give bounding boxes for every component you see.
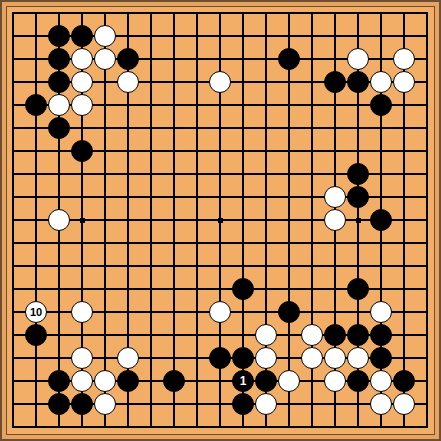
white-stone[interactable] [370, 393, 392, 415]
white-stone[interactable] [71, 48, 93, 70]
black-stone[interactable] [232, 393, 254, 415]
white-stone[interactable] [347, 48, 369, 70]
white-stone[interactable] [393, 48, 415, 70]
black-stone[interactable] [117, 370, 139, 392]
black-stone[interactable] [370, 324, 392, 346]
star-point [218, 218, 223, 223]
white-stone[interactable] [370, 370, 392, 392]
grid-line-horizontal [12, 265, 428, 267]
white-stone[interactable] [324, 186, 346, 208]
white-stone[interactable] [393, 71, 415, 93]
white-stone[interactable] [209, 301, 231, 323]
white-stone[interactable] [370, 301, 392, 323]
black-stone[interactable]: 1 [232, 370, 254, 392]
white-stone[interactable] [255, 324, 277, 346]
move-number-label: 10 [30, 307, 42, 318]
white-stone[interactable] [94, 393, 116, 415]
white-stone[interactable] [48, 94, 70, 116]
grid-line-horizontal [12, 242, 428, 244]
black-stone[interactable] [209, 347, 231, 369]
black-stone[interactable] [117, 48, 139, 70]
white-stone[interactable] [324, 347, 346, 369]
black-stone[interactable] [370, 209, 392, 231]
white-stone[interactable] [71, 94, 93, 116]
black-stone[interactable] [278, 48, 300, 70]
white-stone[interactable] [71, 370, 93, 392]
black-stone[interactable] [48, 48, 70, 70]
white-stone[interactable] [301, 324, 323, 346]
black-stone[interactable] [347, 163, 369, 185]
white-stone[interactable] [94, 25, 116, 47]
black-stone[interactable] [25, 94, 47, 116]
white-stone[interactable] [255, 347, 277, 369]
black-stone[interactable] [370, 94, 392, 116]
black-stone[interactable] [370, 347, 392, 369]
grid-line-vertical [288, 12, 290, 428]
black-stone[interactable] [71, 393, 93, 415]
black-stone[interactable] [324, 71, 346, 93]
white-stone[interactable] [370, 71, 392, 93]
black-stone[interactable] [347, 71, 369, 93]
white-stone[interactable] [255, 393, 277, 415]
black-stone[interactable] [347, 324, 369, 346]
move-number-label: 1 [240, 375, 247, 387]
black-stone[interactable] [347, 186, 369, 208]
white-stone[interactable] [94, 48, 116, 70]
black-stone[interactable] [232, 278, 254, 300]
white-stone[interactable] [71, 71, 93, 93]
black-stone[interactable] [48, 71, 70, 93]
white-stone[interactable] [48, 209, 70, 231]
black-stone[interactable] [48, 25, 70, 47]
white-stone[interactable] [117, 71, 139, 93]
white-stone[interactable] [393, 393, 415, 415]
go-board: 110 [0, 0, 441, 441]
white-stone[interactable] [94, 370, 116, 392]
black-stone[interactable] [232, 347, 254, 369]
black-stone[interactable] [347, 278, 369, 300]
grid-line-vertical [426, 12, 428, 428]
white-stone[interactable] [347, 347, 369, 369]
black-stone[interactable] [25, 324, 47, 346]
black-stone[interactable] [163, 370, 185, 392]
black-stone[interactable] [255, 370, 277, 392]
white-stone[interactable]: 10 [25, 301, 47, 323]
black-stone[interactable] [71, 140, 93, 162]
black-stone[interactable] [48, 370, 70, 392]
white-stone[interactable] [71, 301, 93, 323]
white-stone[interactable] [209, 71, 231, 93]
black-stone[interactable] [48, 117, 70, 139]
grid-line-horizontal [12, 426, 428, 428]
white-stone[interactable] [278, 370, 300, 392]
white-stone[interactable] [117, 347, 139, 369]
white-stone[interactable] [324, 209, 346, 231]
black-stone[interactable] [278, 301, 300, 323]
star-point [356, 218, 361, 223]
black-stone[interactable] [324, 324, 346, 346]
black-stone[interactable] [48, 393, 70, 415]
white-stone[interactable] [324, 370, 346, 392]
white-stone[interactable] [71, 347, 93, 369]
black-stone[interactable] [71, 25, 93, 47]
white-stone[interactable] [301, 347, 323, 369]
black-stone[interactable] [393, 370, 415, 392]
star-point [80, 218, 85, 223]
black-stone[interactable] [347, 370, 369, 392]
